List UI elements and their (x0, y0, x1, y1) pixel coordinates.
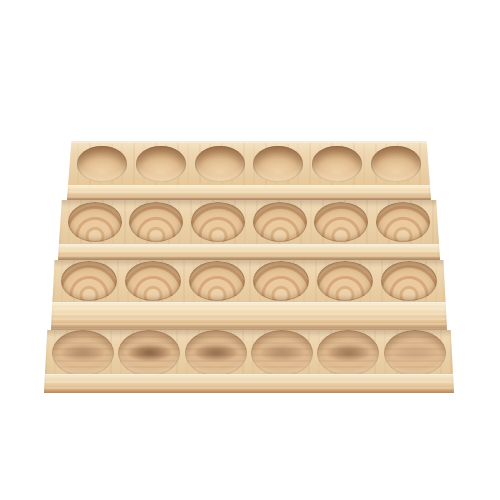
pit-row-2 (58, 200, 440, 244)
pit-r3c1[interactable] (61, 261, 117, 301)
wood-knot (260, 344, 303, 361)
tier-1-riser-face (67, 185, 431, 200)
pit-r2c2[interactable] (129, 202, 183, 242)
pit-row-4 (44, 330, 454, 374)
pit-r2c6[interactable] (376, 202, 430, 242)
tier-row-4 (44, 330, 454, 393)
pit-r4c1[interactable] (52, 330, 114, 376)
pit-row-3 (51, 260, 447, 302)
pit-r4c4[interactable] (251, 330, 313, 376)
pit-r1c2[interactable] (136, 146, 186, 182)
pit-r3c5[interactable] (317, 261, 373, 301)
tier-2-riser-face (58, 244, 440, 260)
wood-knot (327, 344, 370, 361)
tier-row-3 (51, 260, 447, 330)
pit-r2c5[interactable] (314, 202, 368, 242)
wood-knot (61, 344, 104, 361)
pit-r4c5[interactable] (317, 330, 379, 376)
pit-r3c6[interactable] (381, 261, 437, 301)
pit-r4c2[interactable] (118, 330, 180, 376)
pit-r4c6[interactable] (384, 330, 446, 376)
pit-r3c2[interactable] (125, 261, 181, 301)
pit-r1c5[interactable] (312, 146, 362, 182)
tier-row-1 (67, 141, 431, 200)
tier-4-front-face (44, 374, 454, 393)
pit-r1c3[interactable] (195, 146, 245, 182)
pit-r1c6[interactable] (371, 146, 421, 182)
pit-r3c3[interactable] (189, 261, 245, 301)
tier-row-2 (58, 200, 440, 260)
pit-r4c3[interactable] (185, 330, 247, 376)
pit-r1c4[interactable] (253, 146, 303, 182)
pit-r3c4[interactable] (253, 261, 309, 301)
pit-r1c1[interactable] (77, 146, 127, 182)
wood-knot (194, 344, 237, 361)
pit-r2c4[interactable] (253, 202, 307, 242)
pit-r2c3[interactable] (191, 202, 245, 242)
wooden-tiered-board (44, 141, 454, 393)
wood-knot (128, 344, 171, 361)
product-photo-scene (0, 0, 500, 500)
pit-r2c1[interactable] (68, 202, 122, 242)
tier-3-riser-face (51, 302, 447, 330)
pit-row-1 (67, 141, 431, 185)
wood-knot (393, 344, 436, 361)
